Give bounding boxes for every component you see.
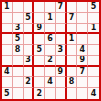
sudoku-cell-r4c5: 6: [45, 34, 56, 45]
sudoku-cell-r5c2: 8: [13, 45, 24, 56]
sudoku-cell-r1c1: 1: [2, 2, 13, 13]
sudoku-cell-r6c5: 2: [45, 56, 56, 67]
sudoku-cell-r6c7[interactable]: [67, 56, 78, 67]
sudoku-board: 1755173915618534329497248524: [0, 0, 101, 101]
sudoku-cell-r1c5[interactable]: [45, 2, 56, 13]
sudoku-cell-r3c3[interactable]: [24, 24, 35, 35]
sudoku-cell-r2c5: 1: [45, 13, 56, 24]
sudoku-cell-r2c9[interactable]: [88, 13, 99, 24]
sudoku-cell-r5c7[interactable]: [67, 45, 78, 56]
sudoku-cell-r9c8[interactable]: [77, 88, 88, 99]
sudoku-cell-r5c3[interactable]: [24, 45, 35, 56]
sudoku-cell-r9c2[interactable]: [13, 88, 24, 99]
sudoku-cell-r1c8[interactable]: [77, 2, 88, 13]
sudoku-cell-r7c3[interactable]: [24, 67, 35, 78]
sudoku-cell-r6c9[interactable]: [88, 56, 99, 67]
sudoku-cell-r3c2: 3: [13, 24, 24, 35]
sudoku-cell-r1c7[interactable]: [67, 2, 78, 13]
sudoku-cell-r8c8[interactable]: [77, 77, 88, 88]
sudoku-cell-r3c5[interactable]: [45, 24, 56, 35]
sudoku-cell-r8c6[interactable]: [56, 77, 67, 88]
sudoku-cell-r3c8[interactable]: [77, 24, 88, 35]
sudoku-cell-r4c1[interactable]: [2, 34, 13, 45]
sudoku-cell-r3c4: 9: [34, 24, 45, 35]
sudoku-cell-r1c6: 7: [56, 2, 67, 13]
sudoku-cell-r5c5[interactable]: [45, 45, 56, 56]
sudoku-cell-r7c7[interactable]: [67, 67, 78, 78]
sudoku-cell-r1c4[interactable]: [34, 2, 45, 13]
sudoku-cell-r8c3: 2: [24, 77, 35, 88]
sudoku-cell-r1c9: 5: [88, 2, 99, 13]
sudoku-cell-r3c6[interactable]: [56, 24, 67, 35]
sudoku-cell-r2c6[interactable]: [56, 13, 67, 24]
sudoku-cell-r9c3[interactable]: [24, 88, 35, 99]
sudoku-cell-r8c2[interactable]: [13, 77, 24, 88]
sudoku-cell-r4c2: 5: [13, 34, 24, 45]
sudoku-cell-r4c9[interactable]: [88, 34, 99, 45]
sudoku-cell-r4c8[interactable]: [77, 34, 88, 45]
sudoku-cell-r2c4[interactable]: [34, 13, 45, 24]
sudoku-cell-r5c1[interactable]: [2, 45, 13, 56]
sudoku-cell-r1c2[interactable]: [13, 2, 24, 13]
sudoku-cell-r8c9[interactable]: [88, 77, 99, 88]
sudoku-cell-r8c4[interactable]: [34, 77, 45, 88]
sudoku-cell-r9c4: 2: [34, 88, 45, 99]
sudoku-cell-r6c2[interactable]: [13, 56, 24, 67]
sudoku-cell-r8c1[interactable]: [2, 77, 13, 88]
sudoku-cell-r2c1[interactable]: [2, 13, 13, 24]
sudoku-cell-r7c8: 7: [77, 67, 88, 78]
sudoku-cell-r5c8: 4: [77, 45, 88, 56]
sudoku-cell-r3c9: 1: [88, 24, 99, 35]
sudoku-cell-r7c5[interactable]: [45, 67, 56, 78]
sudoku-cell-r8c5: 4: [45, 77, 56, 88]
sudoku-cell-r4c6[interactable]: [56, 34, 67, 45]
sudoku-cell-r8c7: 8: [67, 77, 78, 88]
sudoku-cell-r7c6: 9: [56, 67, 67, 78]
sudoku-cell-r7c1: 4: [2, 67, 13, 78]
sudoku-cell-r9c6[interactable]: [56, 88, 67, 99]
sudoku-cell-r2c8[interactable]: [77, 13, 88, 24]
sudoku-cell-r9c9: 4: [88, 88, 99, 99]
sudoku-cell-r6c6[interactable]: [56, 56, 67, 67]
sudoku-cell-r7c2[interactable]: [13, 67, 24, 78]
sudoku-cell-r7c4[interactable]: [34, 67, 45, 78]
sudoku-cell-r4c7: 1: [67, 34, 78, 45]
sudoku-cell-r6c3: 3: [24, 56, 35, 67]
sudoku-cell-r5c4: 5: [34, 45, 45, 56]
sudoku-cell-r2c2[interactable]: [13, 13, 24, 24]
sudoku-cell-r3c7[interactable]: [67, 24, 78, 35]
sudoku-cell-r4c3[interactable]: [24, 34, 35, 45]
sudoku-cell-r3c1[interactable]: [2, 24, 13, 35]
sudoku-cell-r5c6: 3: [56, 45, 67, 56]
sudoku-cell-r2c3: 5: [24, 13, 35, 24]
sudoku-cell-r7c9[interactable]: [88, 67, 99, 78]
sudoku-cell-r9c5[interactable]: [45, 88, 56, 99]
sudoku-cell-r6c4[interactable]: [34, 56, 45, 67]
sudoku-cell-r5c9[interactable]: [88, 45, 99, 56]
sudoku-cell-r2c7: 7: [67, 13, 78, 24]
sudoku-cell-r4c4[interactable]: [34, 34, 45, 45]
sudoku-cell-r9c7[interactable]: [67, 88, 78, 99]
sudoku-cell-r9c1: 5: [2, 88, 13, 99]
sudoku-cell-r6c1[interactable]: [2, 56, 13, 67]
sudoku-cell-r1c3[interactable]: [24, 2, 35, 13]
sudoku-cell-r6c8: 9: [77, 56, 88, 67]
